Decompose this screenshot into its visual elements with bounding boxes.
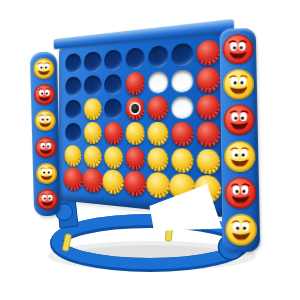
red-disc — [104, 122, 123, 144]
smiley-face-icon — [35, 136, 57, 158]
yellow-disc — [125, 122, 145, 144]
grid-cell-r6c2[interactable] — [84, 169, 102, 192]
hole — [65, 76, 81, 97]
smiley-face-icon — [36, 162, 58, 184]
grid-cell-r1c3[interactable] — [104, 48, 123, 72]
grid-cell-r3c1[interactable] — [65, 99, 82, 121]
grid-cell-r2c3[interactable] — [104, 73, 123, 96]
red-disc — [64, 166, 84, 191]
red-disc — [125, 97, 145, 119]
yellow-disc — [65, 145, 82, 166]
red-disc — [124, 170, 147, 197]
hole — [104, 49, 122, 71]
grid-cell-r2c5[interactable] — [147, 70, 169, 95]
grid-cell-r5c7[interactable] — [196, 149, 220, 175]
yellow-disc — [148, 122, 169, 145]
grid-cell-r5c6[interactable] — [171, 148, 194, 173]
grid-cell-r5c2[interactable] — [84, 146, 102, 169]
smiley-face-icon — [224, 104, 255, 135]
smiley-disc-red — [36, 189, 58, 211]
smiley-disc-red — [225, 177, 257, 209]
grid-cell-r4c4[interactable] — [125, 122, 145, 145]
grid-cell-r2c1[interactable] — [65, 75, 82, 97]
grid-cell-r3c7[interactable] — [196, 94, 220, 119]
grid-cell-r6c5[interactable] — [147, 173, 169, 198]
smiley-disc-yellow — [224, 140, 256, 172]
yellow-disc — [104, 147, 123, 169]
grid-cell-r1c7[interactable] — [196, 39, 220, 66]
hole — [65, 53, 81, 74]
smiley-face-icon — [225, 213, 257, 245]
board-grid — [65, 39, 220, 202]
grid-cell-r4c3[interactable] — [104, 122, 123, 145]
hole — [104, 74, 122, 96]
smiley-disc-red — [35, 136, 57, 158]
yellow-disc — [148, 148, 169, 172]
smiley-disc-yellow — [34, 110, 56, 132]
yellow-disc — [103, 169, 125, 196]
smiley-disc-red — [222, 34, 253, 64]
hole — [84, 51, 101, 73]
grid-cell-r2c6[interactable] — [171, 68, 194, 93]
grid-cell-r1c2[interactable] — [84, 50, 102, 73]
smiley-face-icon — [33, 58, 55, 80]
red-disc — [125, 72, 145, 95]
hole — [148, 45, 168, 69]
smiley-face-icon — [225, 177, 257, 209]
smiley-disc-red — [224, 104, 255, 135]
hole — [172, 69, 193, 93]
smiley-face-icon — [223, 69, 254, 100]
grid-cell-r5c3[interactable] — [104, 146, 123, 169]
red-disc — [171, 122, 193, 146]
hole — [65, 99, 81, 119]
grid-cell-r6c3[interactable] — [104, 170, 123, 194]
yellow-disc — [84, 98, 102, 119]
grid-cell-r5c4[interactable] — [125, 147, 145, 171]
grid-cell-r3c3[interactable] — [104, 97, 123, 120]
smiley-face-icon — [34, 110, 56, 132]
red-disc — [196, 95, 219, 119]
grid-cell-r5c1[interactable] — [65, 145, 82, 167]
grid-cell-r4c7[interactable] — [196, 122, 220, 147]
red-disc — [196, 122, 219, 146]
connect-four-product-photo — [0, 0, 300, 300]
hole — [65, 123, 81, 143]
grid-cell-r6c4[interactable] — [125, 171, 145, 196]
yellow-disc — [84, 146, 102, 168]
grid-cell-r4c1[interactable] — [65, 122, 82, 144]
smiley-face-icon — [36, 189, 58, 211]
grid-cell-r3c2[interactable] — [84, 98, 102, 120]
hole — [172, 96, 193, 119]
grid-cell-r1c1[interactable] — [65, 52, 82, 75]
grid-cell-r2c4[interactable] — [125, 71, 145, 95]
red-disc — [125, 147, 145, 170]
grid-cell-r1c4[interactable] — [125, 46, 145, 71]
grid-cell-r3c4[interactable] — [125, 97, 145, 120]
yellow-disc — [84, 122, 102, 143]
smiley-face-icon — [224, 140, 256, 172]
grid-cell-r2c2[interactable] — [84, 74, 102, 97]
smiley-face-icon — [222, 34, 253, 64]
smiley-disc-yellow — [33, 58, 55, 80]
yellow-disc — [146, 171, 170, 199]
hole — [126, 47, 145, 70]
hole — [148, 71, 168, 94]
smiley-disc-yellow — [223, 69, 254, 100]
grid-cell-r2c7[interactable] — [196, 67, 220, 93]
smiley-face-icon — [34, 84, 56, 106]
grid-cell-r4c5[interactable] — [147, 122, 169, 146]
grid-cell-r6c1[interactable] — [65, 168, 82, 191]
grid-cell-r4c6[interactable] — [171, 122, 194, 147]
grid-cell-r1c5[interactable] — [147, 44, 169, 69]
grid-cell-r4c2[interactable] — [84, 122, 102, 144]
grid-cell-r5c5[interactable] — [147, 147, 169, 172]
right-disc-tray — [219, 28, 260, 252]
grid-cell-r1c6[interactable] — [171, 42, 194, 68]
hole — [104, 98, 122, 119]
red-disc — [196, 67, 219, 92]
hole — [84, 75, 101, 96]
red-disc — [196, 40, 219, 66]
smiley-disc-yellow — [225, 213, 257, 245]
red-disc — [83, 168, 104, 194]
grid-cell-r3c6[interactable] — [171, 95, 194, 120]
hole — [172, 43, 193, 67]
red-disc — [148, 96, 169, 119]
smiley-disc-yellow — [36, 162, 58, 184]
yellow-disc — [196, 149, 219, 174]
yellow-disc — [171, 149, 193, 173]
smiley-disc-red — [34, 84, 56, 106]
left-disc-tray — [30, 52, 61, 217]
grid-cell-r3c5[interactable] — [147, 96, 169, 120]
